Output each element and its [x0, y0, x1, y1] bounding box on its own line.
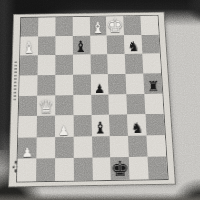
- square-h2[interactable]: [147, 135, 167, 157]
- square-e1[interactable]: [92, 158, 111, 181]
- square-g6[interactable]: [125, 54, 143, 74]
- black-bishop-d7[interactable]: ♝: [74, 39, 88, 55]
- square-c4[interactable]: [55, 95, 73, 116]
- square-g5[interactable]: [126, 74, 145, 94]
- square-e2[interactable]: [92, 136, 111, 158]
- square-f1[interactable]: ♚: [111, 157, 130, 180]
- square-a8[interactable]: [21, 18, 39, 37]
- square-f2[interactable]: [110, 136, 129, 158]
- square-e6[interactable]: [90, 54, 108, 74]
- square-c2[interactable]: [55, 137, 74, 159]
- edge-text-marks-icon: [13, 61, 17, 100]
- square-g3[interactable]: ♞: [127, 114, 146, 135]
- square-e3[interactable]: ♝: [91, 115, 110, 136]
- square-f5[interactable]: [108, 74, 126, 94]
- square-d3[interactable]: [73, 115, 91, 136]
- board-grid: ♝♚♝♝♞♟♜♛♟♝♞♟♚: [17, 16, 167, 182]
- square-f6[interactable]: [108, 54, 126, 74]
- square-d5[interactable]: [73, 74, 91, 94]
- black-knight-g7[interactable]: ♞: [127, 40, 140, 54]
- square-b2[interactable]: [36, 137, 55, 159]
- chessboard-photo: ♝♚♝♝♞♟♜♛♟♝♞♟♚: [0, 0, 200, 200]
- square-d4[interactable]: [73, 94, 91, 115]
- white-pawn-a2[interactable]: ♟: [21, 146, 33, 159]
- white-king-f8[interactable]: ♚: [107, 16, 124, 35]
- square-a2[interactable]: ♟: [18, 137, 37, 159]
- square-f4[interactable]: [109, 94, 128, 115]
- square-f3[interactable]: [109, 115, 128, 136]
- square-f8[interactable]: ♚: [106, 16, 124, 35]
- black-pawn-e5[interactable]: ♟: [94, 82, 105, 94]
- square-a3[interactable]: [18, 116, 37, 137]
- square-c8[interactable]: [55, 17, 72, 36]
- black-bishop-e3[interactable]: ♝: [93, 120, 108, 137]
- black-king-f1[interactable]: ♚: [111, 159, 130, 180]
- square-a1[interactable]: [17, 159, 36, 182]
- square-b5[interactable]: [37, 75, 55, 95]
- square-h3[interactable]: [145, 114, 164, 135]
- square-e5[interactable]: ♟: [90, 74, 108, 94]
- square-c7[interactable]: [55, 36, 72, 55]
- square-b3[interactable]: [37, 116, 55, 137]
- bottom-right-shadow: [172, 178, 200, 200]
- bottom-edge-shadow: [0, 193, 200, 200]
- square-c3[interactable]: ♟: [55, 115, 73, 136]
- square-b4[interactable]: ♛: [37, 95, 55, 116]
- square-d6[interactable]: [73, 55, 91, 75]
- square-c5[interactable]: [55, 75, 73, 95]
- square-g7[interactable]: ♞: [124, 35, 142, 54]
- board-frame: ♝♚♝♝♞♟♜♛♟♝♞♟♚: [8, 12, 176, 188]
- square-h6[interactable]: [142, 54, 161, 74]
- square-h5[interactable]: ♜: [143, 73, 162, 93]
- square-b1[interactable]: [36, 159, 55, 182]
- square-d7[interactable]: ♝: [72, 35, 90, 54]
- square-b7[interactable]: [38, 36, 56, 55]
- white-bishop-a7[interactable]: ♝: [22, 40, 36, 56]
- square-g1[interactable]: [129, 157, 149, 180]
- square-h7[interactable]: [141, 34, 159, 53]
- square-a6[interactable]: [20, 55, 38, 75]
- white-queen-b4[interactable]: ♛: [37, 98, 54, 116]
- square-a5[interactable]: [19, 75, 37, 95]
- square-b8[interactable]: [38, 17, 55, 36]
- chess-board: ♝♚♝♝♞♟♜♛♟♝♞♟♚: [8, 12, 176, 188]
- square-e4[interactable]: [91, 94, 109, 115]
- square-h1[interactable]: [148, 157, 168, 180]
- square-a4[interactable]: [19, 95, 37, 116]
- square-b6[interactable]: [37, 55, 55, 75]
- square-c6[interactable]: [55, 55, 73, 75]
- square-g2[interactable]: [128, 135, 147, 157]
- square-e7[interactable]: [90, 35, 108, 54]
- square-c1[interactable]: [55, 158, 74, 181]
- square-d1[interactable]: [73, 158, 92, 181]
- black-rook-h5[interactable]: ♜: [147, 79, 160, 93]
- top-right-shadow: [186, 0, 200, 24]
- square-f7[interactable]: [107, 35, 125, 54]
- square-e8[interactable]: ♝: [89, 17, 107, 36]
- white-bishop-e8[interactable]: ♝: [91, 20, 105, 36]
- square-h4[interactable]: [144, 93, 163, 114]
- square-h8[interactable]: [140, 16, 158, 35]
- square-d8[interactable]: [72, 17, 89, 36]
- square-g8[interactable]: [123, 16, 141, 35]
- white-pawn-c3[interactable]: ♟: [58, 124, 70, 137]
- square-g4[interactable]: [127, 94, 146, 115]
- black-knight-g3[interactable]: ♞: [131, 121, 144, 136]
- square-a7[interactable]: ♝: [20, 36, 38, 55]
- square-d2[interactable]: [73, 136, 92, 158]
